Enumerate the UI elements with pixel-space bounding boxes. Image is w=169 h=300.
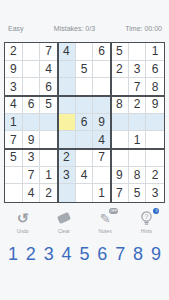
sudoku-cell-r1c1[interactable]: 2: [5, 43, 23, 61]
sudoku-cell-r7c9[interactable]: [146, 149, 164, 167]
notes-button[interactable]: ✎ OFF Notes: [88, 210, 122, 234]
notes-badge: OFF: [109, 208, 118, 214]
sudoku-cell-r2c7[interactable]: 2: [111, 61, 129, 79]
sudoku-cell-r3c1[interactable]: 3: [5, 78, 23, 96]
sudoku-cell-r1c3[interactable]: 7: [40, 43, 58, 61]
undo-icon: ↺: [17, 210, 29, 226]
numpad-6[interactable]: 6: [95, 244, 109, 265]
sudoku-cell-r1c2[interactable]: [23, 43, 41, 61]
sudoku-cell-r2c6[interactable]: [93, 61, 111, 79]
sudoku-cell-r5c6[interactable]: 9: [93, 114, 111, 132]
sudoku-cell-r3c6[interactable]: [93, 78, 111, 96]
sudoku-cell-r2c8[interactable]: 3: [129, 61, 147, 79]
sudoku-board: 2746519452363678465829169794153277134982…: [4, 42, 165, 203]
sudoku-cell-r5c7[interactable]: [111, 114, 129, 132]
sudoku-cell-r5c1[interactable]: 1: [5, 114, 23, 132]
clear-button[interactable]: Clear: [47, 210, 81, 234]
eraser-icon: [58, 210, 70, 226]
sudoku-cell-r3c9[interactable]: 8: [146, 78, 164, 96]
sudoku-cell-r5c3[interactable]: [40, 114, 58, 132]
sudoku-cell-r2c2[interactable]: [23, 61, 41, 79]
sudoku-cell-r9c5[interactable]: [76, 184, 94, 202]
sudoku-cell-r1c4[interactable]: 4: [58, 43, 76, 61]
time-label: Time: 00:00: [125, 25, 162, 32]
sudoku-cell-r6c6[interactable]: 4: [93, 131, 111, 149]
sudoku-cell-r1c5[interactable]: [76, 43, 94, 61]
sudoku-cell-r4c9[interactable]: 9: [146, 96, 164, 114]
hints-badge: 3: [153, 208, 159, 214]
difficulty-label: Easy: [8, 25, 24, 32]
sudoku-cell-r3c2[interactable]: [23, 78, 41, 96]
sudoku-cell-r2c9[interactable]: 6: [146, 61, 164, 79]
sudoku-app: Easy Mistakes: 0/3 Time: 00:00 274651945…: [0, 0, 169, 300]
undo-button[interactable]: ↺ Undo: [6, 210, 40, 234]
sudoku-cell-r6c4[interactable]: [58, 131, 76, 149]
svg-text:?: ?: [145, 213, 149, 220]
hints-button[interactable]: ? 3 Hints: [129, 210, 163, 234]
numpad-4[interactable]: 4: [60, 244, 74, 265]
sudoku-cell-r6c2[interactable]: 9: [23, 131, 41, 149]
sudoku-cell-r4c6[interactable]: [93, 96, 111, 114]
numpad-5[interactable]: 5: [78, 244, 92, 265]
sudoku-cell-r8c3[interactable]: 1: [40, 167, 58, 185]
sudoku-cell-r2c1[interactable]: 9: [5, 61, 23, 79]
sudoku-cell-r4c1[interactable]: 4: [5, 96, 23, 114]
undo-label: Undo: [17, 228, 29, 234]
sudoku-cell-r7c1[interactable]: 5: [5, 149, 23, 167]
sudoku-cell-r2c4[interactable]: [58, 61, 76, 79]
sudoku-cell-r5c9[interactable]: [146, 114, 164, 132]
sudoku-cell-r8c9[interactable]: 2: [146, 167, 164, 185]
sudoku-cell-r6c8[interactable]: 1: [129, 131, 147, 149]
sudoku-cell-r7c4[interactable]: 2: [58, 149, 76, 167]
lightbulb-icon: ?: [139, 210, 154, 226]
sudoku-cell-r6c5[interactable]: [76, 131, 94, 149]
sudoku-cell-r3c7[interactable]: [111, 78, 129, 96]
sudoku-cell-r7c3[interactable]: [40, 149, 58, 167]
sudoku-cell-r9c8[interactable]: 5: [129, 184, 147, 202]
sudoku-cell-r5c4[interactable]: [58, 114, 76, 132]
clear-label: Clear: [58, 228, 70, 234]
mistakes-label: Mistakes: 0/3: [54, 25, 95, 32]
sudoku-cell-r1c7[interactable]: 5: [111, 43, 129, 61]
sudoku-cell-r8c8[interactable]: 8: [129, 167, 147, 185]
sudoku-cell-r6c9[interactable]: [146, 131, 164, 149]
sudoku-cell-r6c7[interactable]: [111, 131, 129, 149]
status-bar: Easy Mistakes: 0/3 Time: 00:00: [8, 25, 162, 32]
toolbar: ↺ Undo Clear ✎ OFF Notes ? 3 Hints: [2, 210, 167, 234]
sudoku-cell-r9c3[interactable]: 2: [40, 184, 58, 202]
sudoku-cell-r7c6[interactable]: 7: [93, 149, 111, 167]
sudoku-cell-r4c7[interactable]: 8: [111, 96, 129, 114]
sudoku-cell-r9c7[interactable]: 7: [111, 184, 129, 202]
sudoku-cell-r7c8[interactable]: [129, 149, 147, 167]
sudoku-cell-r7c7[interactable]: [111, 149, 129, 167]
sudoku-cell-r9c6[interactable]: 1: [93, 184, 111, 202]
sudoku-cell-r2c3[interactable]: 4: [40, 61, 58, 79]
sudoku-cell-r5c8[interactable]: [129, 114, 147, 132]
sudoku-cell-r9c4[interactable]: [58, 184, 76, 202]
sudoku-cell-r3c4[interactable]: [58, 78, 76, 96]
sudoku-cell-r9c9[interactable]: 3: [146, 184, 164, 202]
sudoku-cell-r3c5[interactable]: [76, 78, 94, 96]
sudoku-cell-r8c6[interactable]: [93, 167, 111, 185]
sudoku-cell-r8c7[interactable]: 9: [111, 167, 129, 185]
sudoku-cell-r4c3[interactable]: 5: [40, 96, 58, 114]
sudoku-cell-r6c1[interactable]: 7: [5, 131, 23, 149]
sudoku-cell-r1c8[interactable]: [129, 43, 147, 61]
sudoku-cell-r8c2[interactable]: 7: [23, 167, 41, 185]
sudoku-cell-r7c2[interactable]: 3: [23, 149, 41, 167]
sudoku-cell-r2c5[interactable]: 5: [76, 61, 94, 79]
sudoku-cell-r3c8[interactable]: 7: [129, 78, 147, 96]
sudoku-cell-r4c4[interactable]: [58, 96, 76, 114]
numpad-1[interactable]: 1: [6, 244, 20, 265]
sudoku-cell-r3c3[interactable]: 6: [40, 78, 58, 96]
sudoku-cell-r4c2[interactable]: 6: [23, 96, 41, 114]
numpad-2[interactable]: 2: [24, 244, 38, 265]
sudoku-cell-r9c2[interactable]: 4: [23, 184, 41, 202]
sudoku-cell-r6c3[interactable]: [40, 131, 58, 149]
sudoku-cell-r1c6[interactable]: 6: [93, 43, 111, 61]
sudoku-cell-r4c5[interactable]: [76, 96, 94, 114]
sudoku-cell-r5c5[interactable]: 6: [76, 114, 94, 132]
sudoku-cell-r5c2[interactable]: [23, 114, 41, 132]
numpad-9[interactable]: 9: [149, 244, 163, 265]
sudoku-cell-r7c5[interactable]: [76, 149, 94, 167]
numpad-7[interactable]: 7: [113, 244, 127, 265]
sudoku-cell-r9c1[interactable]: [5, 184, 23, 202]
numpad-8[interactable]: 8: [131, 244, 145, 265]
sudoku-cell-r8c5[interactable]: 4: [76, 167, 94, 185]
sudoku-cell-r4c8[interactable]: 2: [129, 96, 147, 114]
numpad-3[interactable]: 3: [42, 244, 56, 265]
notes-label: Notes: [99, 228, 112, 234]
sudoku-cell-r8c4[interactable]: 3: [58, 167, 76, 185]
number-pad: 123456789: [6, 244, 163, 265]
sudoku-cell-r1c9[interactable]: 1: [146, 43, 164, 61]
sudoku-cell-r8c1[interactable]: [5, 167, 23, 185]
hints-label: Hints: [141, 228, 152, 234]
